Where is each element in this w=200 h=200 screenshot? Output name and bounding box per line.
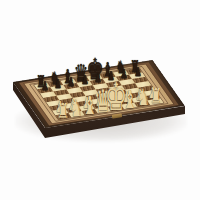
- chess-set-photo: ♜♞♝♛♚♝♞♜♟♟♟♟♟♟♟♟♟♟♟♟♟♟♟♟♜♞♝♛♚♝♞♜: [0, 0, 200, 200]
- piece-black-pawn: ♟: [81, 74, 88, 87]
- piece-white-knight: ♞: [69, 96, 83, 119]
- piece-black-pawn: ♟: [54, 78, 61, 91]
- piece-white-rook: ♜: [57, 100, 69, 121]
- piece-black-pawn: ♟: [41, 81, 48, 94]
- piece-white-rook: ♜: [150, 86, 162, 107]
- piece-black-pawn: ♟: [67, 76, 74, 89]
- pieces-layer: ♜♞♝♛♚♝♞♜♟♟♟♟♟♟♟♟♟♟♟♟♟♟♟♟♜♞♝♛♚♝♞♜: [0, 0, 200, 200]
- piece-white-bishop: ♝: [122, 87, 137, 112]
- piece-white-knight: ♞: [136, 86, 150, 109]
- piece-black-pawn: ♟: [134, 66, 141, 79]
